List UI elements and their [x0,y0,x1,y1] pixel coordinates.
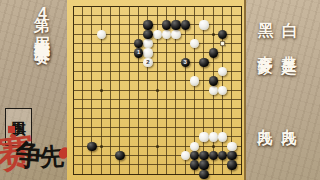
star-point [100,89,103,92]
grid-line [73,99,242,100]
grid-line [73,164,242,165]
white-stone [199,132,208,141]
grid-line [73,118,242,119]
go-board[interactable]: 123 [67,0,246,180]
black-stone [227,160,236,169]
broadcast-frame: 第4届大棋士赛半决赛 围棋 赛 争 先 123 黑 白 李轩豪 芈昱廷 九段 九… [0,0,320,180]
star-point [156,145,159,148]
weiqi-logo-text: 围棋 [11,110,25,112]
decorative-calligraphy: 赛 争 先 [0,138,70,180]
white-stone [199,20,208,29]
black-stone [199,151,208,160]
star-point [212,145,215,148]
black-stone [190,160,199,169]
grid-line [203,6,204,175]
grid-line [73,174,242,175]
white-stone [227,142,236,151]
black-stone [209,151,218,160]
move-number: 1 [134,48,143,57]
white-stone [218,132,227,141]
white-stone [153,30,162,39]
grid-line [185,6,186,175]
white-stone [190,39,199,48]
white-stone [218,86,227,95]
last-move-marker [220,41,225,46]
black-stone [143,20,152,29]
black-player-color-label: 黑 [258,9,274,10]
black-stone [115,151,124,160]
white-stone [190,142,199,151]
black-stone [209,48,218,57]
black-stone [199,160,208,169]
grid-line [73,108,242,109]
white-stone [218,67,227,76]
grid-line [73,127,242,128]
move-number: 2 [143,58,152,67]
white-stone [171,30,180,39]
black-stone [227,151,236,160]
black-stone [209,76,218,85]
players-panel: 黑 白 李轩豪 芈昱廷 九段 九段 [246,0,320,180]
white-stone [209,86,218,95]
white-stone [97,30,106,39]
black-stone [181,20,190,29]
white-stone [190,76,199,85]
white-stone [181,151,190,160]
star-point [100,145,103,148]
star-point [212,33,215,36]
black-stone [218,30,227,39]
black-player-name: 李轩豪 [258,44,273,50]
white-player-rank: 九段 [282,117,297,121]
star-point [156,89,159,92]
black-player-rank: 九段 [258,117,273,121]
black-stone [87,142,96,151]
white-stone [209,132,218,141]
white-stone [162,30,171,39]
black-stone [134,39,143,48]
black-stone [143,30,152,39]
black-stone [199,58,208,67]
black-stone [171,20,180,29]
black-stone [190,151,199,160]
white-player-color-label: 白 [282,9,298,10]
grid-line [241,6,242,175]
white-player-name: 芈昱廷 [282,44,297,50]
left-panel: 第4届大棋士赛半决赛 围棋 赛 争 先 [0,0,67,180]
move-number: 3 [181,58,190,67]
white-stone [143,39,152,48]
white-stone [143,48,152,57]
black-stone [199,170,208,179]
black-stone [162,20,171,29]
event-title: 第4届大棋士赛半决赛 [34,4,50,35]
black-stone [218,151,227,160]
